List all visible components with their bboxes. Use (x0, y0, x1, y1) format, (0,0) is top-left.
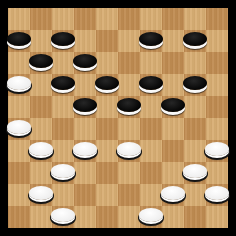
board-frame (0, 0, 236, 236)
board-square[interactable] (140, 118, 162, 140)
black-piece[interactable] (7, 32, 31, 46)
board-square[interactable] (140, 96, 162, 118)
board-square[interactable] (52, 96, 74, 118)
board-square[interactable] (8, 206, 30, 228)
board-square[interactable] (118, 162, 140, 184)
board-square[interactable] (118, 30, 140, 52)
black-piece[interactable] (51, 32, 75, 46)
black-piece[interactable] (73, 98, 97, 112)
board-square[interactable] (206, 96, 228, 118)
board-square[interactable] (96, 8, 118, 30)
board-square[interactable] (96, 140, 118, 162)
board-square[interactable] (96, 118, 118, 140)
black-piece[interactable] (117, 98, 141, 112)
board-square[interactable] (74, 8, 96, 30)
board-square[interactable] (30, 96, 52, 118)
board-square[interactable] (184, 52, 206, 74)
board-square[interactable] (74, 30, 96, 52)
board-square[interactable] (184, 8, 206, 30)
white-piece[interactable] (7, 120, 31, 134)
board-square[interactable] (206, 30, 228, 52)
board-square[interactable] (140, 184, 162, 206)
board-square[interactable] (8, 8, 30, 30)
board-square[interactable] (96, 52, 118, 74)
board-square[interactable] (140, 162, 162, 184)
black-piece[interactable] (183, 32, 207, 46)
white-piece[interactable] (117, 142, 141, 156)
board-square[interactable] (184, 206, 206, 228)
board-square[interactable] (30, 206, 52, 228)
black-piece[interactable] (29, 54, 53, 68)
board-square[interactable] (118, 118, 140, 140)
white-piece[interactable] (205, 142, 229, 156)
board-square[interactable] (74, 162, 96, 184)
board-square[interactable] (52, 140, 74, 162)
board-square[interactable] (162, 8, 184, 30)
white-piece[interactable] (183, 164, 207, 178)
board-square[interactable] (206, 74, 228, 96)
black-piece[interactable] (139, 32, 163, 46)
board-square[interactable] (74, 74, 96, 96)
board-square[interactable] (8, 140, 30, 162)
board-square[interactable] (74, 184, 96, 206)
board-square[interactable] (52, 8, 74, 30)
board-square[interactable] (8, 184, 30, 206)
board-square[interactable] (206, 118, 228, 140)
board-square[interactable] (52, 184, 74, 206)
checkers-board (8, 8, 228, 228)
white-piece[interactable] (139, 208, 163, 222)
board-square[interactable] (162, 52, 184, 74)
board-square[interactable] (74, 206, 96, 228)
board-square[interactable] (52, 52, 74, 74)
board-square[interactable] (74, 118, 96, 140)
board-square[interactable] (140, 8, 162, 30)
board-square[interactable] (8, 162, 30, 184)
board-square[interactable] (30, 162, 52, 184)
board-square[interactable] (184, 118, 206, 140)
white-piece[interactable] (73, 142, 97, 156)
board-square[interactable] (184, 96, 206, 118)
board-square[interactable] (96, 184, 118, 206)
black-piece[interactable] (51, 76, 75, 90)
board-square[interactable] (162, 162, 184, 184)
board-square[interactable] (206, 8, 228, 30)
board-square[interactable] (162, 206, 184, 228)
board-square[interactable] (118, 8, 140, 30)
board-square[interactable] (184, 184, 206, 206)
board-square[interactable] (162, 30, 184, 52)
board-square[interactable] (118, 184, 140, 206)
black-piece[interactable] (73, 54, 97, 68)
board-square[interactable] (118, 74, 140, 96)
board-square[interactable] (162, 74, 184, 96)
board-square[interactable] (8, 52, 30, 74)
board-square[interactable] (96, 162, 118, 184)
checkers-screenshot (0, 0, 236, 236)
board-square[interactable] (30, 74, 52, 96)
board-square[interactable] (162, 118, 184, 140)
board-square[interactable] (118, 52, 140, 74)
board-square[interactable] (140, 52, 162, 74)
white-piece[interactable] (29, 142, 53, 156)
board-square[interactable] (184, 140, 206, 162)
white-piece[interactable] (29, 186, 53, 200)
black-piece[interactable] (139, 76, 163, 90)
board-square[interactable] (30, 8, 52, 30)
black-piece[interactable] (161, 98, 185, 112)
board-square[interactable] (140, 140, 162, 162)
board-square[interactable] (206, 162, 228, 184)
white-piece[interactable] (51, 164, 75, 178)
black-piece[interactable] (183, 76, 207, 90)
board-square[interactable] (118, 206, 140, 228)
white-piece[interactable] (161, 186, 185, 200)
board-square[interactable] (52, 118, 74, 140)
board-square[interactable] (96, 96, 118, 118)
white-piece[interactable] (7, 76, 31, 90)
board-square[interactable] (162, 140, 184, 162)
board-square[interactable] (30, 30, 52, 52)
black-piece[interactable] (95, 76, 119, 90)
white-piece[interactable] (205, 186, 229, 200)
board-square[interactable] (206, 206, 228, 228)
board-square[interactable] (8, 96, 30, 118)
board-square[interactable] (30, 118, 52, 140)
board-square[interactable] (206, 52, 228, 74)
white-piece[interactable] (51, 208, 75, 222)
board-square[interactable] (96, 30, 118, 52)
board-square[interactable] (96, 206, 118, 228)
